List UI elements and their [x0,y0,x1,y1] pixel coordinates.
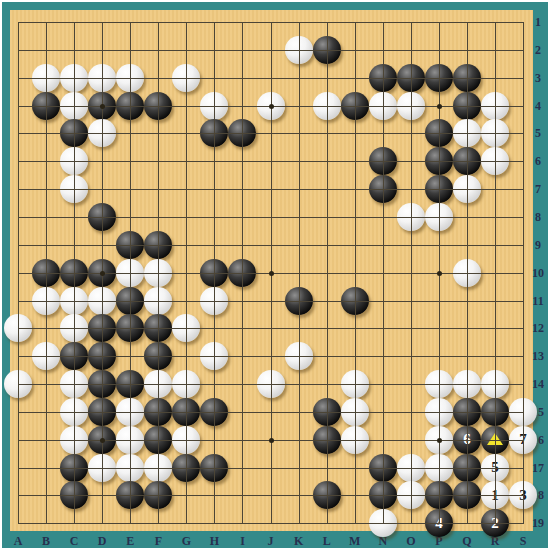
grid-horizontal-line [18,384,524,385]
row-label: 7 [528,182,548,197]
grid-vertical-line [411,22,412,524]
grid-vertical-line [327,22,328,524]
grid-vertical-line [299,22,300,524]
row-label: 4 [528,99,548,114]
column-label: I [230,534,254,549]
column-label: Q [455,534,479,549]
column-label: G [174,534,198,549]
column-label: S [511,534,535,549]
star-point [269,104,274,109]
grid-horizontal-line [18,356,524,357]
row-label: 2 [528,43,548,58]
grid-vertical-line [495,22,496,524]
row-label: 5 [528,126,548,141]
grid-vertical-line [383,22,384,524]
row-label: 8 [528,210,548,225]
row-label: 13 [528,349,548,364]
column-label: M [343,534,367,549]
grid-horizontal-line [18,412,524,413]
column-label: D [90,534,114,549]
row-label: 19 [528,516,548,531]
star-point [100,104,105,109]
column-label: O [399,534,423,549]
row-label: 14 [528,377,548,392]
go-app-window: ABCDEFGHIJKLMNOPQRS123456789101112131415… [0,0,550,550]
column-label: J [259,534,283,549]
column-label: E [118,534,142,549]
star-point [269,271,274,276]
star-point [269,438,274,443]
star-point [437,438,442,443]
row-label: 12 [528,321,548,336]
grid-horizontal-line [18,523,524,524]
column-label: L [315,534,339,549]
grid-vertical-line [467,22,468,524]
star-point [100,438,105,443]
row-label: 1 [528,15,548,30]
grid-horizontal-line [18,468,524,469]
row-label: 3 [528,71,548,86]
column-label: K [287,534,311,549]
grid-vertical-line [355,22,356,524]
row-label: 9 [528,238,548,253]
row-label: 17 [528,461,548,476]
column-label: A [6,534,30,549]
grid-horizontal-line [18,495,524,496]
column-label: B [34,534,58,549]
star-point [437,104,442,109]
star-point [100,271,105,276]
grid-horizontal-line [18,328,524,329]
row-label: 11 [528,294,548,309]
column-label: H [202,534,226,549]
column-label: C [62,534,86,549]
column-label: F [146,534,170,549]
grid-vertical-line [523,22,524,524]
star-point [437,271,442,276]
row-label: 6 [528,154,548,169]
grid-horizontal-line [18,301,524,302]
row-label: 10 [528,266,548,281]
